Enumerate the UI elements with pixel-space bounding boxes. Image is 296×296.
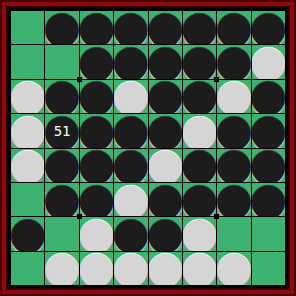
board-cell-h5: ●	[252, 149, 285, 182]
black-disc: ●	[252, 11, 285, 44]
board-frame-bright: ●●●●●●●●●●●●●●●●●●●●●●●51●●●●●●●●●●●●●●●…	[2, 2, 294, 294]
black-disc: ●	[217, 11, 250, 44]
black-disc: ●	[11, 217, 44, 250]
board-cell-h2: ●	[252, 45, 285, 78]
board-cell-e8: ●	[149, 252, 182, 285]
board-cell-b1: ●	[45, 11, 78, 44]
board-cell-g4: ●	[217, 114, 250, 147]
board-cell-a8[interactable]	[11, 252, 44, 285]
board-cell-h7[interactable]	[252, 217, 285, 250]
white-disc: ●	[11, 114, 44, 147]
star-point	[77, 77, 82, 82]
board-cell-b7[interactable]	[45, 217, 78, 250]
black-disc: ●	[149, 11, 182, 44]
board-cell-h8[interactable]	[252, 252, 285, 285]
white-disc: ●	[252, 45, 285, 78]
white-disc: ●	[45, 252, 78, 285]
board-cell-b4: ●51	[45, 114, 78, 147]
black-disc: ●	[45, 80, 78, 113]
black-disc: ●	[80, 114, 113, 147]
board-cell-g2: ●	[217, 45, 250, 78]
black-disc: ●	[252, 149, 285, 182]
white-disc: ●	[217, 80, 250, 113]
black-disc: ●	[45, 183, 78, 216]
black-disc: ●	[114, 11, 147, 44]
white-disc: ●	[149, 252, 182, 285]
white-disc: ●	[11, 149, 44, 182]
white-disc: ●	[11, 80, 44, 113]
black-disc: ●	[183, 80, 216, 113]
board-cell-f6: ●	[183, 183, 216, 216]
board-cell-c8: ●	[80, 252, 113, 285]
black-disc: ●	[80, 149, 113, 182]
othello-board: ●●●●●●●●●●●●●●●●●●●●●●●51●●●●●●●●●●●●●●●…	[11, 11, 285, 285]
black-disc: ●	[217, 183, 250, 216]
board-cell-f5: ●	[183, 149, 216, 182]
board-cell-a3: ●	[11, 80, 44, 113]
white-disc: ●	[183, 252, 216, 285]
board-cell-f3: ●	[183, 80, 216, 113]
black-disc: ●	[80, 45, 113, 78]
board-cell-g1: ●	[217, 11, 250, 44]
black-disc: ●	[217, 114, 250, 147]
black-disc: ●	[183, 183, 216, 216]
board-cell-e2: ●	[149, 45, 182, 78]
board-cell-c4: ●	[80, 114, 113, 147]
board-cell-d2: ●	[114, 45, 147, 78]
board-cell-g7[interactable]	[217, 217, 250, 250]
white-disc: ●	[217, 252, 250, 285]
black-disc: ●	[252, 183, 285, 216]
board-cell-a7: ●	[11, 217, 44, 250]
board-cell-b3: ●	[45, 80, 78, 113]
board-cell-d6: ●	[114, 183, 147, 216]
board-cell-d7: ●	[114, 217, 147, 250]
white-disc: ●	[183, 217, 216, 250]
board-cell-d4: ●	[114, 114, 147, 147]
board-cell-d1: ●	[114, 11, 147, 44]
board-cell-e6: ●	[149, 183, 182, 216]
black-disc: ●	[252, 114, 285, 147]
star-point	[77, 214, 82, 219]
board-cell-g8: ●	[217, 252, 250, 285]
board-cell-f1: ●	[183, 11, 216, 44]
black-disc: ●	[45, 149, 78, 182]
star-point	[214, 214, 219, 219]
board-cell-f8: ●	[183, 252, 216, 285]
black-disc: ●	[114, 45, 147, 78]
board-cell-c2: ●	[80, 45, 113, 78]
board-cell-b5: ●	[45, 149, 78, 182]
board-cell-a4: ●	[11, 114, 44, 147]
board-cell-a1[interactable]	[11, 11, 44, 44]
board-frame-outer: ●●●●●●●●●●●●●●●●●●●●●●●51●●●●●●●●●●●●●●●…	[0, 0, 296, 296]
board-frame-inner-dark: ●●●●●●●●●●●●●●●●●●●●●●●51●●●●●●●●●●●●●●●…	[6, 6, 290, 290]
black-disc: ●	[80, 183, 113, 216]
board-cell-c1: ●	[80, 11, 113, 44]
white-disc: ●	[114, 252, 147, 285]
board-cell-f2: ●	[183, 45, 216, 78]
board-cell-e5: ●	[149, 149, 182, 182]
board-cell-c3: ●	[80, 80, 113, 113]
black-disc: ●	[183, 11, 216, 44]
black-disc: ●	[114, 114, 147, 147]
black-disc: ●	[217, 45, 250, 78]
board-cell-h1: ●	[252, 11, 285, 44]
board-cell-h3: ●	[252, 80, 285, 113]
black-disc: ●	[80, 80, 113, 113]
board-cell-a2[interactable]	[11, 45, 44, 78]
white-disc: ●	[80, 217, 113, 250]
black-disc: ●	[80, 11, 113, 44]
black-disc: ●	[114, 217, 147, 250]
black-disc: ●	[183, 149, 216, 182]
board-cell-e3: ●	[149, 80, 182, 113]
black-disc: ●	[45, 11, 78, 44]
board-cell-c5: ●	[80, 149, 113, 182]
star-point	[214, 77, 219, 82]
board-cell-b6: ●	[45, 183, 78, 216]
board-cell-e7: ●	[149, 217, 182, 250]
board-cell-c7: ●	[80, 217, 113, 250]
board-cell-f4: ●	[183, 114, 216, 147]
board-cell-h6: ●	[252, 183, 285, 216]
board-frame-black: ●●●●●●●●●●●●●●●●●●●●●●●51●●●●●●●●●●●●●●●…	[8, 8, 288, 288]
black-disc: ●	[252, 80, 285, 113]
board-cell-d5: ●	[114, 149, 147, 182]
board-cell-a5: ●	[11, 149, 44, 182]
black-disc: ●	[45, 114, 78, 147]
board-cell-d3: ●	[114, 80, 147, 113]
white-disc: ●	[149, 149, 182, 182]
black-disc: ●	[114, 149, 147, 182]
board-cell-e4: ●	[149, 114, 182, 147]
black-disc: ●	[149, 45, 182, 78]
white-disc: ●	[114, 183, 147, 216]
board-cell-b2[interactable]	[45, 45, 78, 78]
black-disc: ●	[149, 114, 182, 147]
board-cell-f7: ●	[183, 217, 216, 250]
white-disc: ●	[183, 114, 216, 147]
board-cell-g5: ●	[217, 149, 250, 182]
black-disc: ●	[149, 217, 182, 250]
board-cell-d8: ●	[114, 252, 147, 285]
black-disc: ●	[149, 183, 182, 216]
black-disc: ●	[149, 80, 182, 113]
board-cell-g3: ●	[217, 80, 250, 113]
board-cell-h4: ●	[252, 114, 285, 147]
board-cell-e1: ●	[149, 11, 182, 44]
board-cell-g6: ●	[217, 183, 250, 216]
board-cell-a6[interactable]	[11, 183, 44, 216]
black-disc: ●	[183, 45, 216, 78]
black-disc: ●	[217, 149, 250, 182]
white-disc: ●	[114, 80, 147, 113]
board-cell-b8: ●	[45, 252, 78, 285]
board-cell-c6: ●	[80, 183, 113, 216]
white-disc: ●	[80, 252, 113, 285]
